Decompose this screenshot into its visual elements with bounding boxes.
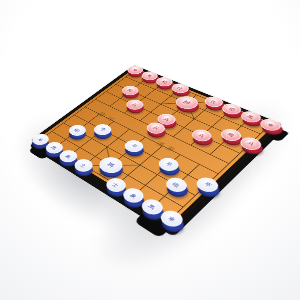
piece-red-general[interactable]: 帥 xyxy=(172,94,202,112)
piece-glyph: 車 xyxy=(266,122,275,127)
piece-glyph: 帥 xyxy=(182,100,191,105)
piece-top-face: 將 xyxy=(95,154,127,176)
piece-glyph: 炮 xyxy=(226,132,234,137)
piece-glyph: 砲 xyxy=(172,182,181,188)
piece-blue-cannon[interactable]: 砲 xyxy=(162,175,190,195)
piece-blue-soldier[interactable]: 卒 xyxy=(155,155,182,173)
piece-glyph: 士 xyxy=(111,182,119,188)
piece-blue-soldier[interactable]: 卒 xyxy=(121,138,146,155)
piece-glyph: 相 xyxy=(228,107,236,112)
piece-glyph: 卒 xyxy=(203,181,212,187)
piece-glyph: 將 xyxy=(106,161,116,168)
piece-glyph: 仕 xyxy=(176,86,183,90)
piece-glyph: 象 xyxy=(129,192,138,198)
piece-glyph: 卒 xyxy=(130,143,138,148)
piece-glyph: 馬 xyxy=(246,114,254,119)
piece-red-soldier[interactable]: 兵 xyxy=(123,98,146,112)
piece-glyph: 馬 xyxy=(146,74,153,78)
piece-glyph: 相 xyxy=(161,80,168,84)
piece-blue-soldier[interactable]: 卒 xyxy=(91,122,115,137)
piece-glyph: 兵 xyxy=(152,126,160,131)
piece-glyph: 士 xyxy=(79,162,87,168)
piece-blue-cannon[interactable]: 砲 xyxy=(65,123,88,138)
piece-glyph: 炮 xyxy=(126,88,133,92)
piece-glyph: 象 xyxy=(64,154,72,159)
piece-blue-general[interactable]: 將 xyxy=(95,154,127,176)
piece-glyph: 兵 xyxy=(197,133,205,138)
piece-glyph: 卒 xyxy=(99,127,106,132)
product-photo-scene: 楚河 漢界 車馬相仕仕相馬車帥炮炮兵兵兵兵兵卒卒卒卒砲砲將車馬象士士象馬車 xyxy=(0,0,300,300)
piece-glyph: 仕 xyxy=(210,99,218,103)
piece-glyph: 卒 xyxy=(165,161,174,167)
pieces-layer: 車馬相仕仕相馬車帥炮炮兵兵兵兵兵卒卒卒卒砲砲將車馬象士士象馬車 xyxy=(31,65,282,228)
piece-red-soldier[interactable]: 兵 xyxy=(188,127,214,143)
piece-glyph: 砲 xyxy=(73,128,80,133)
piece-blue-soldier[interactable]: 卒 xyxy=(193,175,222,195)
piece-glyph: 兵 xyxy=(246,141,255,146)
piece-glyph: 車 xyxy=(167,215,176,222)
piece-glyph: 馬 xyxy=(147,203,156,210)
piece-glyph: 兵 xyxy=(131,103,138,107)
xiangqi-board: 楚河 漢界 車馬相仕仕相馬車帥炮炮兵兵兵兵兵卒卒卒卒砲砲將車馬象士士象馬車 xyxy=(31,65,282,228)
piece-glyph: 車 xyxy=(132,68,139,72)
piece-red-cannon[interactable]: 炮 xyxy=(119,84,141,97)
piece-glyph: 馬 xyxy=(50,145,57,150)
piece-glyph: 車 xyxy=(37,137,44,142)
piece-glyph: 兵 xyxy=(163,117,171,122)
